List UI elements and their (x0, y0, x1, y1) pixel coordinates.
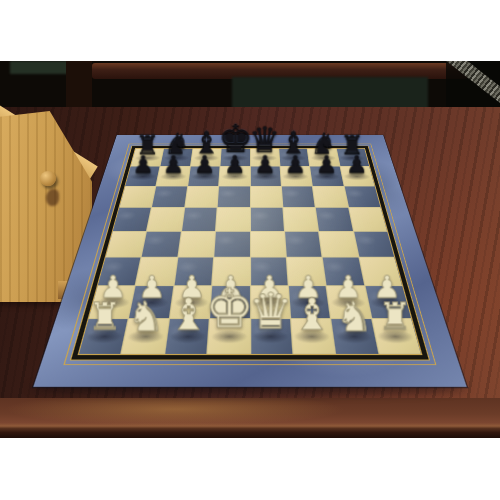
chess-board: ♜♞♝♚♛♝♞♜♟♟♟♟♟♟♟♟♟♟♟♟♟♟♟♟♜♞♝♚♛♝♞♜ (33, 135, 467, 387)
table-front-edge (0, 398, 500, 438)
dark-green-fabric-left (10, 61, 70, 74)
black-pawn-a7: ♟ (133, 153, 155, 176)
white-rook-h1: ♜ (378, 300, 412, 336)
board-scene: ♜♞♝♚♛♝♞♜♟♟♟♟♟♟♟♟♟♟♟♟♟♟♟♟♜♞♝♚♛♝♞♜ (85, 66, 415, 396)
cell-h7: ♟ (339, 167, 374, 187)
white-bishop-c1: ♝ (168, 294, 207, 335)
cell-c4 (178, 231, 216, 257)
cell-a5 (113, 208, 152, 231)
black-pawn-g7: ♟ (315, 153, 337, 176)
cell-b7: ♟ (157, 167, 191, 187)
cell-g1: ♞ (330, 318, 378, 354)
photo: ♜♞♝♚♛♝♞♜♟♟♟♟♟♟♟♟♟♟♟♟♟♟♟♟♜♞♝♚♛♝♞♜ (0, 61, 500, 438)
cell-e5 (250, 208, 284, 231)
cell-d7: ♟ (219, 167, 250, 187)
white-rook-a1: ♜ (88, 300, 122, 336)
cell-g4 (319, 231, 359, 257)
cell-b4 (142, 231, 182, 257)
cell-c5 (182, 208, 218, 231)
cell-b5 (147, 208, 184, 231)
cell-d1: ♚ (207, 318, 250, 354)
cell-e1: ♛ (250, 318, 293, 354)
white-king-d1: ♚ (205, 284, 254, 336)
cell-c6 (185, 186, 219, 207)
black-pawn-h7: ♟ (346, 153, 368, 176)
cell-e4 (250, 231, 286, 257)
cell-b1: ♞ (122, 318, 170, 354)
cell-a4 (106, 231, 147, 257)
black-pawn-f7: ♟ (285, 153, 307, 176)
white-knight-g1: ♞ (335, 296, 372, 335)
cell-f6 (281, 186, 315, 207)
cell-g7: ♟ (310, 167, 344, 187)
cell-h4 (353, 231, 394, 257)
letterbox-bottom (0, 438, 500, 500)
black-pawn-b7: ♟ (163, 153, 185, 176)
cell-f1: ♝ (290, 318, 335, 354)
cell-b6 (152, 186, 188, 207)
cell-e7: ♟ (250, 167, 281, 187)
cell-d4 (214, 231, 250, 257)
letterbox-top (0, 0, 500, 61)
cell-d6 (217, 186, 250, 207)
black-pawn-d7: ♟ (224, 153, 246, 176)
cell-e6 (250, 186, 283, 207)
cell-c1: ♝ (165, 318, 210, 354)
screenshot: ♜♞♝♚♛♝♞♜♟♟♟♟♟♟♟♟♟♟♟♟♟♟♟♟♜♞♝♚♛♝♞♜ (0, 0, 500, 500)
cell-a6 (119, 186, 156, 207)
cell-g6 (312, 186, 348, 207)
black-pawn-e7: ♟ (254, 153, 276, 176)
white-knight-b1: ♞ (128, 296, 165, 335)
cell-f7: ♟ (280, 167, 313, 187)
wooden-box-marking (46, 189, 59, 206)
white-bishop-f1: ♝ (293, 294, 332, 335)
cell-h6 (343, 186, 380, 207)
black-pawn-c7: ♟ (194, 153, 216, 176)
wooden-box-knob (40, 171, 56, 186)
cell-c7: ♟ (188, 167, 221, 187)
cell-a7: ♟ (125, 167, 160, 187)
cell-f4 (284, 231, 322, 257)
cell-f5 (283, 208, 319, 231)
cell-d5 (216, 208, 250, 231)
cell-g5 (315, 208, 352, 231)
cell-h5 (348, 208, 387, 231)
board-pieces: ♜♞♝♚♛♝♞♜♟♟♟♟♟♟♟♟♟♟♟♟♟♟♟♟♜♞♝♚♛♝♞♜ (79, 149, 421, 354)
white-queen-e1: ♛ (248, 288, 292, 335)
